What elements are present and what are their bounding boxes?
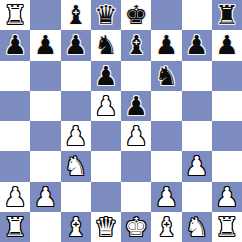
piece-black-bishop[interactable]: ♝ bbox=[64, 2, 87, 28]
square-b7[interactable]: ♟ bbox=[30, 30, 60, 60]
piece-white-pawn[interactable]: ♟ bbox=[3, 184, 26, 210]
piece-white-pawn[interactable]: ♟ bbox=[124, 123, 147, 149]
square-h4[interactable] bbox=[212, 121, 242, 151]
square-f2[interactable]: ♟ bbox=[151, 182, 181, 212]
square-f1[interactable]: ♝ bbox=[151, 212, 181, 242]
square-c6[interactable] bbox=[61, 61, 91, 91]
square-e1[interactable]: ♚ bbox=[121, 212, 151, 242]
square-f7[interactable]: ♟ bbox=[151, 30, 181, 60]
square-e3[interactable] bbox=[121, 151, 151, 181]
piece-black-pawn[interactable]: ♟ bbox=[3, 32, 26, 58]
square-c2[interactable] bbox=[61, 182, 91, 212]
chess-board: ♜♝♛♚♜♟♟♟♞♝♟♟♟♟♞♟♟♟♟♞♟♟♟♟♟♜♝♛♚♝♞♜ bbox=[0, 0, 242, 242]
square-g3[interactable]: ♟ bbox=[182, 151, 212, 181]
square-d6[interactable]: ♟ bbox=[91, 61, 121, 91]
piece-black-bishop[interactable]: ♝ bbox=[124, 32, 147, 58]
piece-white-queen[interactable]: ♛ bbox=[94, 214, 117, 240]
square-h3[interactable] bbox=[212, 151, 242, 181]
square-e8[interactable]: ♚ bbox=[121, 0, 151, 30]
square-h6[interactable] bbox=[212, 61, 242, 91]
square-b1[interactable] bbox=[30, 212, 60, 242]
square-a7[interactable]: ♟ bbox=[0, 30, 30, 60]
piece-white-pawn[interactable]: ♟ bbox=[64, 123, 87, 149]
square-d1[interactable]: ♛ bbox=[91, 212, 121, 242]
piece-white-pawn[interactable]: ♟ bbox=[185, 153, 208, 179]
square-f8[interactable] bbox=[151, 0, 181, 30]
square-a2[interactable]: ♟ bbox=[0, 182, 30, 212]
square-c3[interactable]: ♞ bbox=[61, 151, 91, 181]
square-a3[interactable] bbox=[0, 151, 30, 181]
piece-white-bishop[interactable]: ♝ bbox=[64, 214, 87, 240]
square-b2[interactable]: ♟ bbox=[30, 182, 60, 212]
piece-white-rook[interactable]: ♜ bbox=[3, 214, 26, 240]
piece-white-bishop[interactable]: ♝ bbox=[155, 214, 178, 240]
square-e7[interactable]: ♝ bbox=[121, 30, 151, 60]
square-a4[interactable] bbox=[0, 121, 30, 151]
square-c8[interactable]: ♝ bbox=[61, 0, 91, 30]
piece-black-knight[interactable]: ♞ bbox=[155, 63, 178, 89]
square-h2[interactable]: ♟ bbox=[212, 182, 242, 212]
piece-white-pawn[interactable]: ♟ bbox=[155, 184, 178, 210]
square-g5[interactable] bbox=[182, 91, 212, 121]
piece-black-pawn[interactable]: ♟ bbox=[64, 32, 87, 58]
square-e2[interactable] bbox=[121, 182, 151, 212]
piece-black-pawn[interactable]: ♟ bbox=[94, 63, 117, 89]
square-d8[interactable]: ♛ bbox=[91, 0, 121, 30]
square-e4[interactable]: ♟ bbox=[121, 121, 151, 151]
piece-black-king[interactable]: ♚ bbox=[124, 2, 147, 28]
piece-white-rook[interactable]: ♜ bbox=[3, 2, 26, 28]
square-b8[interactable] bbox=[30, 0, 60, 30]
piece-white-king[interactable]: ♚ bbox=[124, 214, 147, 240]
square-c7[interactable]: ♟ bbox=[61, 30, 91, 60]
piece-black-pawn[interactable]: ♟ bbox=[155, 32, 178, 58]
square-d4[interactable] bbox=[91, 121, 121, 151]
square-d5[interactable]: ♟ bbox=[91, 91, 121, 121]
square-a6[interactable] bbox=[0, 61, 30, 91]
square-b4[interactable] bbox=[30, 121, 60, 151]
square-f6[interactable]: ♞ bbox=[151, 61, 181, 91]
piece-black-pawn[interactable]: ♟ bbox=[124, 93, 147, 119]
square-e6[interactable] bbox=[121, 61, 151, 91]
square-h1[interactable]: ♜ bbox=[212, 212, 242, 242]
square-f5[interactable] bbox=[151, 91, 181, 121]
square-b5[interactable] bbox=[30, 91, 60, 121]
piece-black-pawn[interactable]: ♟ bbox=[215, 32, 238, 58]
piece-black-pawn[interactable]: ♟ bbox=[185, 32, 208, 58]
piece-white-pawn[interactable]: ♟ bbox=[215, 184, 238, 210]
piece-white-knight[interactable]: ♞ bbox=[64, 153, 87, 179]
square-c4[interactable]: ♟ bbox=[61, 121, 91, 151]
square-g2[interactable] bbox=[182, 182, 212, 212]
square-e5[interactable]: ♟ bbox=[121, 91, 151, 121]
piece-white-knight[interactable]: ♞ bbox=[185, 214, 208, 240]
piece-white-pawn[interactable]: ♟ bbox=[34, 184, 57, 210]
square-h5[interactable] bbox=[212, 91, 242, 121]
square-a5[interactable] bbox=[0, 91, 30, 121]
piece-black-queen[interactable]: ♛ bbox=[94, 2, 117, 28]
square-f4[interactable] bbox=[151, 121, 181, 151]
square-g4[interactable] bbox=[182, 121, 212, 151]
square-a1[interactable]: ♜ bbox=[0, 212, 30, 242]
piece-white-pawn[interactable]: ♟ bbox=[94, 93, 117, 119]
square-c1[interactable]: ♝ bbox=[61, 212, 91, 242]
piece-black-pawn[interactable]: ♟ bbox=[34, 32, 57, 58]
square-g8[interactable] bbox=[182, 0, 212, 30]
piece-black-knight[interactable]: ♞ bbox=[94, 32, 117, 58]
square-g7[interactable]: ♟ bbox=[182, 30, 212, 60]
square-b3[interactable] bbox=[30, 151, 60, 181]
piece-black-rook[interactable]: ♜ bbox=[215, 2, 238, 28]
square-h8[interactable]: ♜ bbox=[212, 0, 242, 30]
square-d7[interactable]: ♞ bbox=[91, 30, 121, 60]
square-a8[interactable]: ♜ bbox=[0, 0, 30, 30]
square-g1[interactable]: ♞ bbox=[182, 212, 212, 242]
square-c5[interactable] bbox=[61, 91, 91, 121]
square-d3[interactable] bbox=[91, 151, 121, 181]
square-d2[interactable] bbox=[91, 182, 121, 212]
square-f3[interactable] bbox=[151, 151, 181, 181]
square-h7[interactable]: ♟ bbox=[212, 30, 242, 60]
square-b6[interactable] bbox=[30, 61, 60, 91]
piece-white-rook[interactable]: ♜ bbox=[215, 214, 238, 240]
square-g6[interactable] bbox=[182, 61, 212, 91]
